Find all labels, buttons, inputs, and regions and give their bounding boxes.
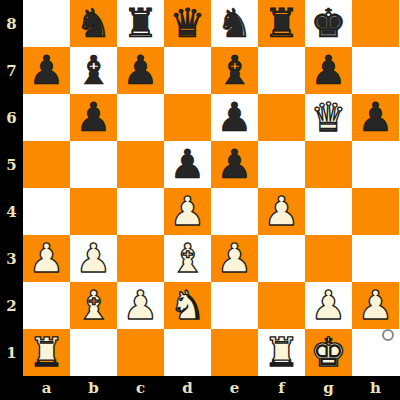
square-a6[interactable] <box>23 94 70 141</box>
piece-white-bishop: ♝ <box>164 235 211 282</box>
white-to-move-indicator <box>382 329 394 341</box>
square-f4[interactable]: ♟ <box>258 188 305 235</box>
square-a5[interactable] <box>23 141 70 188</box>
piece-black-king: ♚ <box>305 0 352 47</box>
piece-white-pawn: ♟ <box>164 188 211 235</box>
piece-white-pawn: ♟ <box>23 235 70 282</box>
rank-labels: 87654321 <box>0 0 23 376</box>
piece-black-pawn: ♟ <box>164 141 211 188</box>
piece-white-pawn: ♟ <box>70 235 117 282</box>
file-label-e: e <box>211 379 258 397</box>
square-b3[interactable]: ♟ <box>70 235 117 282</box>
piece-white-pawn: ♟ <box>117 282 164 329</box>
square-f5[interactable] <box>258 141 305 188</box>
piece-white-king: ♚ <box>305 329 352 376</box>
square-h7[interactable] <box>352 47 399 94</box>
square-c1[interactable] <box>117 329 164 376</box>
file-label-c: c <box>117 379 164 397</box>
square-e3[interactable]: ♟ <box>211 235 258 282</box>
square-a7[interactable]: ♟ <box>23 47 70 94</box>
square-a4[interactable] <box>23 188 70 235</box>
piece-black-bishop: ♝ <box>211 47 258 94</box>
piece-black-queen: ♛ <box>164 0 211 47</box>
square-g1[interactable]: ♚ <box>305 329 352 376</box>
square-g2[interactable]: ♟ <box>305 282 352 329</box>
rank-label-8: 8 <box>0 0 23 47</box>
square-b7[interactable]: ♝ <box>70 47 117 94</box>
square-g7[interactable]: ♟ <box>305 47 352 94</box>
piece-black-rook: ♜ <box>258 0 305 47</box>
square-c6[interactable] <box>117 94 164 141</box>
corner-spacer <box>0 376 23 400</box>
square-b1[interactable] <box>70 329 117 376</box>
square-h8[interactable] <box>352 0 399 47</box>
piece-black-pawn: ♟ <box>305 47 352 94</box>
square-h2[interactable]: ♟ <box>352 282 399 329</box>
file-label-g: g <box>305 379 352 397</box>
square-a8[interactable] <box>23 0 70 47</box>
piece-white-pawn: ♟ <box>211 235 258 282</box>
rank-label-4: 4 <box>0 188 23 235</box>
square-e5[interactable]: ♟ <box>211 141 258 188</box>
square-d8[interactable]: ♛ <box>164 0 211 47</box>
file-label-b: b <box>70 379 117 397</box>
square-d4[interactable]: ♟ <box>164 188 211 235</box>
rank-label-1: 1 <box>0 329 23 376</box>
rank-label-7: 7 <box>0 47 23 94</box>
file-label-f: f <box>258 379 305 397</box>
square-b8[interactable]: ♞ <box>70 0 117 47</box>
rank-label-3: 3 <box>0 235 23 282</box>
piece-black-pawn: ♟ <box>23 47 70 94</box>
piece-white-rook: ♜ <box>23 329 70 376</box>
square-a3[interactable]: ♟ <box>23 235 70 282</box>
square-e2[interactable] <box>211 282 258 329</box>
square-c2[interactable]: ♟ <box>117 282 164 329</box>
square-h6[interactable]: ♟ <box>352 94 399 141</box>
piece-black-pawn: ♟ <box>211 141 258 188</box>
piece-black-knight: ♞ <box>70 0 117 47</box>
piece-white-pawn: ♟ <box>352 282 399 329</box>
piece-white-knight: ♞ <box>164 282 211 329</box>
square-d6[interactable] <box>164 94 211 141</box>
square-b4[interactable] <box>70 188 117 235</box>
square-g4[interactable] <box>305 188 352 235</box>
piece-white-pawn: ♟ <box>258 188 305 235</box>
square-c8[interactable]: ♜ <box>117 0 164 47</box>
square-f3[interactable] <box>258 235 305 282</box>
rank-label-6: 6 <box>0 94 23 141</box>
square-h5[interactable] <box>352 141 399 188</box>
file-label-a: a <box>23 379 70 397</box>
rank-label-5: 5 <box>0 141 23 188</box>
square-e1[interactable] <box>211 329 258 376</box>
rank-label-2: 2 <box>0 282 23 329</box>
square-c5[interactable] <box>117 141 164 188</box>
piece-black-knight: ♞ <box>211 0 258 47</box>
square-c4[interactable] <box>117 188 164 235</box>
piece-black-pawn: ♟ <box>352 94 399 141</box>
square-f8[interactable]: ♜ <box>258 0 305 47</box>
square-g5[interactable] <box>305 141 352 188</box>
square-a2[interactable] <box>23 282 70 329</box>
square-h4[interactable] <box>352 188 399 235</box>
piece-black-pawn: ♟ <box>211 94 258 141</box>
square-c7[interactable]: ♟ <box>117 47 164 94</box>
square-f7[interactable] <box>258 47 305 94</box>
piece-black-pawn: ♟ <box>70 94 117 141</box>
square-g3[interactable] <box>305 235 352 282</box>
square-e6[interactable]: ♟ <box>211 94 258 141</box>
square-d3[interactable]: ♝ <box>164 235 211 282</box>
square-h3[interactable] <box>352 235 399 282</box>
square-d7[interactable] <box>164 47 211 94</box>
square-c3[interactable] <box>117 235 164 282</box>
piece-black-bishop: ♝ <box>70 47 117 94</box>
square-b6[interactable]: ♟ <box>70 94 117 141</box>
square-d2[interactable]: ♞ <box>164 282 211 329</box>
square-b5[interactable] <box>70 141 117 188</box>
square-e4[interactable] <box>211 188 258 235</box>
piece-white-rook: ♜ <box>258 329 305 376</box>
square-d5[interactable]: ♟ <box>164 141 211 188</box>
file-label-d: d <box>164 379 211 397</box>
piece-white-queen: ♛ <box>305 94 352 141</box>
piece-black-pawn: ♟ <box>117 47 164 94</box>
piece-white-bishop: ♝ <box>70 282 117 329</box>
square-e7[interactable]: ♝ <box>211 47 258 94</box>
file-label-h: h <box>352 379 399 397</box>
square-g8[interactable]: ♚ <box>305 0 352 47</box>
file-labels: abcdefgh <box>0 376 400 400</box>
square-f2[interactable] <box>258 282 305 329</box>
piece-white-pawn: ♟ <box>305 282 352 329</box>
chess-board: ♞♜♛♞♜♚♟♝♟♝♟♟♟♛♟♟♟♟♟♟♟♝♟♝♟♞♟♟♜♜♚ <box>23 0 399 376</box>
square-g6[interactable]: ♛ <box>305 94 352 141</box>
square-a1[interactable]: ♜ <box>23 329 70 376</box>
square-f6[interactable] <box>258 94 305 141</box>
square-b2[interactable]: ♝ <box>70 282 117 329</box>
square-e8[interactable]: ♞ <box>211 0 258 47</box>
square-d1[interactable] <box>164 329 211 376</box>
square-f1[interactable]: ♜ <box>258 329 305 376</box>
piece-black-rook: ♜ <box>117 0 164 47</box>
